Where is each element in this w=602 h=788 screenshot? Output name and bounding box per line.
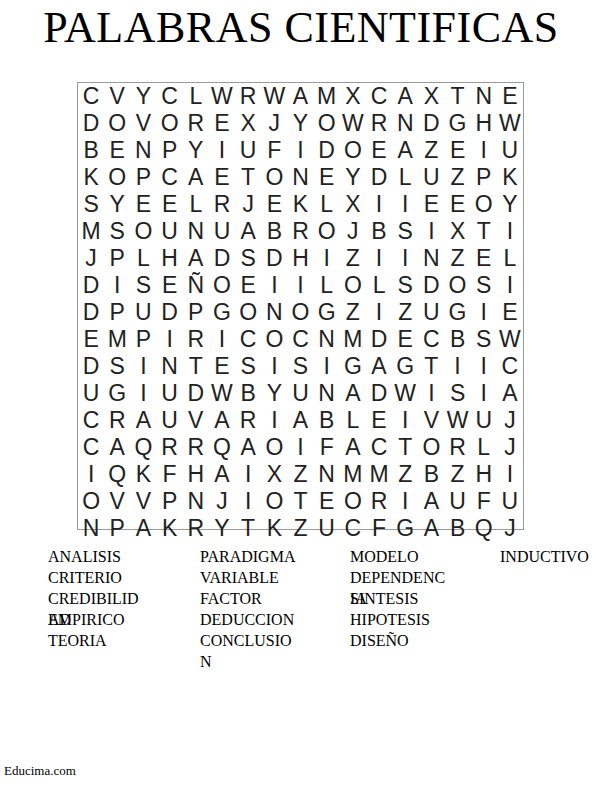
grid-cell: S bbox=[444, 380, 470, 407]
grid-cell: I bbox=[209, 137, 235, 164]
grid-cell: O bbox=[418, 434, 444, 461]
grid-cell: D bbox=[78, 110, 104, 137]
grid-cell: Z bbox=[444, 461, 470, 488]
grid-cell: N bbox=[392, 110, 418, 137]
grid-cell: D bbox=[366, 380, 392, 407]
grid-cell: K bbox=[78, 164, 104, 191]
grid-cell: B bbox=[314, 407, 340, 434]
grid-cell: G bbox=[104, 380, 130, 407]
grid-cell: C bbox=[157, 164, 183, 191]
grid-cell: D bbox=[261, 245, 287, 272]
grid-cell: R bbox=[183, 434, 209, 461]
grid-cell: E bbox=[157, 272, 183, 299]
grid-cell: D bbox=[78, 299, 104, 326]
grid-cell: M bbox=[340, 461, 366, 488]
grid-cell: E bbox=[209, 110, 235, 137]
word-label: DEPENDENC bbox=[350, 567, 445, 588]
grid-cell: O bbox=[261, 326, 287, 353]
grid-cell: A bbox=[235, 218, 261, 245]
grid-cell: C bbox=[287, 326, 313, 353]
grid-cell: I bbox=[392, 191, 418, 218]
grid-cell: L bbox=[392, 164, 418, 191]
grid-cell: I bbox=[157, 326, 183, 353]
grid-cell: C bbox=[366, 434, 392, 461]
word-label: N bbox=[200, 651, 212, 672]
grid-cell: A bbox=[392, 137, 418, 164]
grid-cell: W bbox=[340, 110, 366, 137]
grid-cell: A bbox=[130, 515, 156, 542]
grid-cell: I bbox=[497, 272, 523, 299]
grid-cell: O bbox=[261, 488, 287, 515]
grid-cell: X bbox=[340, 83, 366, 110]
grid-cell: H bbox=[157, 245, 183, 272]
grid-cell: O bbox=[471, 191, 497, 218]
grid-cell: I bbox=[471, 299, 497, 326]
grid-cell: S bbox=[78, 191, 104, 218]
grid-cell: H bbox=[471, 461, 497, 488]
grid-cell: I bbox=[418, 380, 444, 407]
word-label: VARIABLE bbox=[200, 567, 279, 588]
grid-cell: L bbox=[471, 434, 497, 461]
grid-cell: B bbox=[444, 326, 470, 353]
grid-cell: I bbox=[261, 272, 287, 299]
grid-cell: R bbox=[104, 407, 130, 434]
grid-cell: T bbox=[444, 83, 470, 110]
grid-cell: U bbox=[235, 137, 261, 164]
word-label: ANALISIS bbox=[48, 546, 121, 567]
footer-brand: Educima.com bbox=[4, 763, 76, 779]
grid-cell: Q bbox=[209, 434, 235, 461]
grid-cell: F bbox=[471, 488, 497, 515]
grid-cell: O bbox=[314, 218, 340, 245]
grid-cell: Z bbox=[340, 245, 366, 272]
grid-cell: D bbox=[418, 110, 444, 137]
grid-cell: B bbox=[261, 218, 287, 245]
grid-cell: E bbox=[366, 407, 392, 434]
grid-cell: V bbox=[104, 83, 130, 110]
grid-cell: U bbox=[157, 218, 183, 245]
grid-cell: L bbox=[366, 272, 392, 299]
grid-cell: N bbox=[314, 380, 340, 407]
grid-cell: K bbox=[497, 164, 523, 191]
grid-cell: U bbox=[497, 137, 523, 164]
grid-cell: K bbox=[157, 515, 183, 542]
grid-cell: E bbox=[418, 191, 444, 218]
grid-cell: T bbox=[235, 515, 261, 542]
grid-cell: I bbox=[287, 434, 313, 461]
grid-cell: D bbox=[314, 137, 340, 164]
grid-cell: A bbox=[287, 407, 313, 434]
word-list: ANALISISCRITERIOCREDIBILIDADEMPIRICOTEOR… bbox=[0, 546, 602, 686]
grid-cell: L bbox=[340, 407, 366, 434]
grid-cell: O bbox=[287, 299, 313, 326]
grid-cell: W bbox=[444, 407, 470, 434]
grid-cell: P bbox=[183, 299, 209, 326]
grid-cell: I bbox=[314, 353, 340, 380]
grid-cell: Y bbox=[340, 164, 366, 191]
grid-cell: U bbox=[471, 407, 497, 434]
grid-cell: C bbox=[366, 83, 392, 110]
grid-cell: U bbox=[78, 380, 104, 407]
grid-cell: I bbox=[497, 218, 523, 245]
grid-cell: V bbox=[130, 110, 156, 137]
grid-cell: F bbox=[314, 434, 340, 461]
grid-cell: U bbox=[497, 488, 523, 515]
grid-cell: A bbox=[130, 407, 156, 434]
grid-cell: Z bbox=[392, 299, 418, 326]
grid-cell: V bbox=[183, 407, 209, 434]
grid-cell: I bbox=[471, 380, 497, 407]
grid-cell: U bbox=[157, 407, 183, 434]
grid-cell: O bbox=[340, 272, 366, 299]
grid-cell: I bbox=[261, 353, 287, 380]
grid-cell: R bbox=[287, 218, 313, 245]
grid-cell: D bbox=[78, 272, 104, 299]
grid-cell: C bbox=[157, 83, 183, 110]
grid-cell: E bbox=[235, 272, 261, 299]
grid-cell: I bbox=[314, 245, 340, 272]
grid-cell: I bbox=[235, 488, 261, 515]
grid-cell: I bbox=[471, 353, 497, 380]
grid-cell: P bbox=[157, 488, 183, 515]
grid-cell: Z bbox=[392, 461, 418, 488]
grid-cell: I bbox=[130, 380, 156, 407]
grid-cell: G bbox=[340, 353, 366, 380]
grid-cell: B bbox=[366, 218, 392, 245]
grid-cell: B bbox=[235, 380, 261, 407]
grid-cell: P bbox=[104, 245, 130, 272]
grid-cell: A bbox=[209, 461, 235, 488]
grid-cell: C bbox=[78, 83, 104, 110]
word-label: DISEÑO bbox=[350, 630, 409, 651]
grid-cell: B bbox=[418, 461, 444, 488]
grid-cell: D bbox=[78, 353, 104, 380]
grid-cell: K bbox=[130, 461, 156, 488]
grid-cell: E bbox=[130, 191, 156, 218]
grid-cell: R bbox=[183, 515, 209, 542]
grid-cell: R bbox=[366, 110, 392, 137]
grid-cell: E bbox=[497, 83, 523, 110]
grid-cell: G bbox=[444, 110, 470, 137]
word-label: PARADIGMA bbox=[200, 546, 295, 567]
grid-cell: Z bbox=[287, 515, 313, 542]
word-label: HIPOTESIS bbox=[350, 609, 430, 630]
grid-cell: W bbox=[497, 110, 523, 137]
grid-cell: I bbox=[235, 461, 261, 488]
grid-cell: N bbox=[287, 164, 313, 191]
grid-cell: M bbox=[340, 326, 366, 353]
grid-cell: Ñ bbox=[183, 272, 209, 299]
grid-cell: N bbox=[471, 83, 497, 110]
grid-cell: G bbox=[392, 515, 418, 542]
grid-cell: F bbox=[366, 515, 392, 542]
grid-cell: S bbox=[130, 272, 156, 299]
grid-cell: Y bbox=[209, 515, 235, 542]
grid-cell: M bbox=[366, 461, 392, 488]
grid-cell: R bbox=[209, 191, 235, 218]
grid-cell: I bbox=[366, 299, 392, 326]
grid-cell: C bbox=[78, 434, 104, 461]
grid-cell: N bbox=[130, 137, 156, 164]
grid-cell: O bbox=[209, 272, 235, 299]
grid-cell: E bbox=[78, 326, 104, 353]
grid-cell: S bbox=[104, 353, 130, 380]
grid-cell: A bbox=[366, 353, 392, 380]
grid-cell: H bbox=[183, 461, 209, 488]
grid-cell: J bbox=[209, 488, 235, 515]
grid-cell: E bbox=[209, 353, 235, 380]
grid-cell: B bbox=[444, 515, 470, 542]
grid-cell: V bbox=[130, 488, 156, 515]
grid-cell: U bbox=[444, 488, 470, 515]
grid-cell: Q bbox=[130, 434, 156, 461]
grid-cell: A bbox=[235, 434, 261, 461]
grid-cell: W bbox=[261, 83, 287, 110]
grid-cell: N bbox=[183, 218, 209, 245]
grid-cell: U bbox=[418, 164, 444, 191]
grid-cell: A bbox=[392, 83, 418, 110]
grid-cell: O bbox=[340, 137, 366, 164]
grid-cell: O bbox=[78, 488, 104, 515]
grid-cell: T bbox=[471, 218, 497, 245]
grid-cell: H bbox=[287, 245, 313, 272]
grid-cell: T bbox=[392, 434, 418, 461]
grid-cell: R bbox=[183, 110, 209, 137]
grid-cell: R bbox=[366, 488, 392, 515]
grid-cell: S bbox=[392, 218, 418, 245]
grid-cell: E bbox=[444, 137, 470, 164]
grid-cell: L bbox=[314, 191, 340, 218]
word-label: CONCLUSIO bbox=[200, 630, 292, 651]
grid-cell: N bbox=[157, 353, 183, 380]
grid-cell: I bbox=[130, 353, 156, 380]
grid-cell: I bbox=[209, 326, 235, 353]
grid-cell: A bbox=[418, 515, 444, 542]
grid-cell: I bbox=[392, 488, 418, 515]
grid-cell: C bbox=[497, 353, 523, 380]
grid-cell: I bbox=[497, 461, 523, 488]
grid-cell: P bbox=[157, 137, 183, 164]
grid-cell: I bbox=[287, 272, 313, 299]
grid-cell: O bbox=[314, 110, 340, 137]
grid-cell: L bbox=[183, 191, 209, 218]
grid-cell: E bbox=[497, 299, 523, 326]
grid-cell: E bbox=[471, 245, 497, 272]
word-label: INDUCTIVO bbox=[500, 546, 589, 567]
word-label: EMPIRICO bbox=[48, 609, 124, 630]
grid-cell: W bbox=[209, 380, 235, 407]
grid-cell: E bbox=[366, 137, 392, 164]
grid-cell: C bbox=[418, 326, 444, 353]
grid-cell: O bbox=[104, 164, 130, 191]
grid-cell: I bbox=[366, 245, 392, 272]
word-label: CREDIBILID bbox=[48, 588, 139, 609]
grid-cell: S bbox=[392, 272, 418, 299]
grid-cell: A bbox=[497, 380, 523, 407]
grid-cell: G bbox=[209, 299, 235, 326]
grid-cell: D bbox=[418, 272, 444, 299]
grid-cell: C bbox=[340, 515, 366, 542]
grid-cell: K bbox=[287, 191, 313, 218]
grid-cell: Q bbox=[471, 515, 497, 542]
grid-cell: A bbox=[183, 164, 209, 191]
grid-cell: O bbox=[104, 110, 130, 137]
grid-cell: I bbox=[418, 218, 444, 245]
grid-cell: S bbox=[104, 218, 130, 245]
grid-cell: H bbox=[471, 110, 497, 137]
grid-cell: I bbox=[392, 245, 418, 272]
grid-cell: A bbox=[287, 83, 313, 110]
grid-cell: D bbox=[366, 164, 392, 191]
grid-cell: Y bbox=[261, 380, 287, 407]
grid-cell: E bbox=[104, 137, 130, 164]
grid-cell: E bbox=[209, 164, 235, 191]
letter-grid: CVYCLWRWAMXCAXTNEDOVOREXJYOWRNDGHWBENPYI… bbox=[77, 82, 524, 530]
grid-cell: X bbox=[418, 83, 444, 110]
grid-cell: P bbox=[130, 164, 156, 191]
grid-cell: X bbox=[235, 110, 261, 137]
grid-cell: L bbox=[183, 83, 209, 110]
grid-cell: C bbox=[235, 326, 261, 353]
grid-cell: E bbox=[314, 164, 340, 191]
grid-cell: N bbox=[314, 461, 340, 488]
grid-cell: E bbox=[314, 488, 340, 515]
grid-cell: M bbox=[104, 326, 130, 353]
grid-cell: A bbox=[183, 245, 209, 272]
grid-cell: P bbox=[471, 164, 497, 191]
grid-cell: I bbox=[78, 461, 104, 488]
grid-cell: F bbox=[261, 137, 287, 164]
grid-cell: O bbox=[444, 272, 470, 299]
grid-cell: G bbox=[444, 299, 470, 326]
grid-cell: G bbox=[314, 299, 340, 326]
grid-cell: Z bbox=[340, 299, 366, 326]
word-label: CRITERIO bbox=[48, 567, 122, 588]
grid-cell: A bbox=[418, 488, 444, 515]
grid-cell: R bbox=[235, 83, 261, 110]
grid-cell: J bbox=[497, 407, 523, 434]
grid-cell: U bbox=[287, 380, 313, 407]
grid-cell: F bbox=[157, 461, 183, 488]
grid-cell: O bbox=[157, 110, 183, 137]
grid-cell: I bbox=[104, 272, 130, 299]
grid-cell: E bbox=[444, 191, 470, 218]
grid-cell: U bbox=[157, 380, 183, 407]
grid-cell: O bbox=[235, 299, 261, 326]
grid-cell: W bbox=[392, 380, 418, 407]
grid-cell: D bbox=[183, 380, 209, 407]
grid-cell: O bbox=[261, 434, 287, 461]
grid-cell: U bbox=[130, 299, 156, 326]
grid-cell: Y bbox=[497, 191, 523, 218]
grid-cell: I bbox=[444, 353, 470, 380]
grid-cell: T bbox=[235, 164, 261, 191]
grid-cell: Z bbox=[444, 245, 470, 272]
word-label: TEORIA bbox=[48, 630, 107, 651]
word-label: FACTOR bbox=[200, 588, 262, 609]
grid-cell: J bbox=[497, 434, 523, 461]
grid-cell: R bbox=[444, 434, 470, 461]
grid-cell: M bbox=[78, 218, 104, 245]
grid-cell: T bbox=[287, 488, 313, 515]
grid-cell: I bbox=[471, 137, 497, 164]
grid-cell: O bbox=[130, 218, 156, 245]
grid-cell: W bbox=[209, 83, 235, 110]
grid-cell: D bbox=[209, 245, 235, 272]
worksheet-page: PALABRAS CIENTIFICAS CVYCLWRWAMXCAXTNEDO… bbox=[0, 0, 602, 788]
grid-cell: Y bbox=[183, 137, 209, 164]
grid-cell: L bbox=[130, 245, 156, 272]
word-label: SINTESIS bbox=[350, 588, 418, 609]
grid-cell: I bbox=[261, 407, 287, 434]
grid-cell: Q bbox=[104, 461, 130, 488]
grid-cell: S bbox=[235, 245, 261, 272]
word-label: MODELO bbox=[350, 546, 418, 567]
grid-cell: S bbox=[471, 272, 497, 299]
grid-cell: J bbox=[235, 191, 261, 218]
grid-cell: E bbox=[157, 191, 183, 218]
grid-cell: A bbox=[209, 407, 235, 434]
grid-cell: R bbox=[157, 434, 183, 461]
grid-cell: I bbox=[392, 407, 418, 434]
puzzle-title: PALABRAS CIENTIFICAS bbox=[0, 2, 602, 53]
grid-cell: Z bbox=[444, 164, 470, 191]
grid-cell: D bbox=[157, 299, 183, 326]
grid-cell: B bbox=[78, 137, 104, 164]
grid-cell: N bbox=[418, 245, 444, 272]
grid-cell: E bbox=[392, 326, 418, 353]
grid-cell: P bbox=[130, 326, 156, 353]
grid-cell: P bbox=[104, 515, 130, 542]
grid-cell: N bbox=[314, 326, 340, 353]
grid-cell: C bbox=[78, 407, 104, 434]
grid-cell: D bbox=[366, 326, 392, 353]
grid-cell: P bbox=[104, 299, 130, 326]
grid-cell: Y bbox=[104, 191, 130, 218]
grid-cell: E bbox=[261, 191, 287, 218]
grid-cell: A bbox=[340, 434, 366, 461]
grid-cell: Z bbox=[287, 461, 313, 488]
grid-cell: N bbox=[78, 515, 104, 542]
grid-cell: O bbox=[340, 488, 366, 515]
grid-cell: S bbox=[471, 326, 497, 353]
grid-cell: N bbox=[261, 299, 287, 326]
grid-cell: S bbox=[235, 353, 261, 380]
grid-cell: L bbox=[314, 272, 340, 299]
grid-cell: J bbox=[497, 515, 523, 542]
grid-cell: G bbox=[392, 353, 418, 380]
grid-cell: W bbox=[497, 326, 523, 353]
grid-cell: I bbox=[287, 137, 313, 164]
grid-cell: U bbox=[209, 218, 235, 245]
grid-cell: A bbox=[340, 380, 366, 407]
grid-cell: R bbox=[183, 326, 209, 353]
grid-cell: N bbox=[183, 488, 209, 515]
grid-cell: L bbox=[497, 245, 523, 272]
grid-cell: K bbox=[261, 515, 287, 542]
grid-cell: J bbox=[340, 218, 366, 245]
grid-cell: J bbox=[261, 110, 287, 137]
grid-cell: X bbox=[340, 191, 366, 218]
grid-cell: O bbox=[261, 164, 287, 191]
grid-cell: X bbox=[261, 461, 287, 488]
grid-cell: V bbox=[418, 407, 444, 434]
grid-cell: T bbox=[418, 353, 444, 380]
grid-cell: S bbox=[287, 353, 313, 380]
grid-cell: V bbox=[104, 488, 130, 515]
word-label: DEDUCCION bbox=[200, 609, 294, 630]
grid-cell: T bbox=[183, 353, 209, 380]
